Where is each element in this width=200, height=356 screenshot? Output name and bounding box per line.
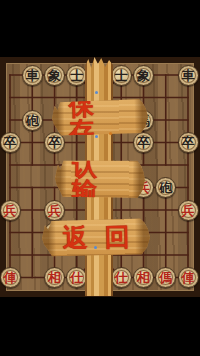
nail-icon <box>94 246 97 249</box>
save-button[interactable]: 保存 <box>52 98 149 138</box>
piece-red-chariot-a9[interactable]: 俥 <box>0 267 21 288</box>
resign-button[interactable]: 认输 <box>55 158 146 200</box>
nail-icon <box>95 91 98 94</box>
piece-red-soldier-a6[interactable]: 兵 <box>0 200 21 221</box>
piece-red-chariot-i9[interactable]: 俥 <box>178 267 199 288</box>
piece-black-chariot-b0[interactable]: 車 <box>22 65 43 86</box>
piece-red-soldier-c6[interactable]: 兵 <box>44 200 65 221</box>
nail-icon <box>109 132 112 135</box>
piece-red-elephant-c9[interactable]: 相 <box>44 267 65 288</box>
nail-icon <box>95 135 98 138</box>
piece-red-soldier-i6[interactable]: 兵 <box>178 200 199 221</box>
game-screen: 車象士將士象車砲馬卒卒卒卒卒砲兵兵兵兵兵傌炮炮俥相仕帥仕相傌俥 保存 认输 返回 <box>0 0 200 356</box>
piece-black-elephant-g0[interactable]: 象 <box>133 65 154 86</box>
piece-black-advisor-f0[interactable]: 士 <box>111 65 132 86</box>
piece-black-soldier-a3[interactable]: 卒 <box>0 132 21 153</box>
piece-black-soldier-g3[interactable]: 卒 <box>133 132 154 153</box>
piece-black-advisor-d0[interactable]: 士 <box>66 65 87 86</box>
piece-red-advisor-f9[interactable]: 仕 <box>111 267 132 288</box>
return-button[interactable]: 返回 <box>42 217 151 258</box>
piece-black-soldier-i3[interactable]: 卒 <box>178 132 199 153</box>
piece-red-elephant-g9[interactable]: 相 <box>133 267 154 288</box>
piece-black-cannon-b2[interactable]: 砲 <box>22 110 43 131</box>
piece-black-elephant-c0[interactable]: 象 <box>44 65 65 86</box>
piece-black-chariot-i0[interactable]: 車 <box>178 65 199 86</box>
